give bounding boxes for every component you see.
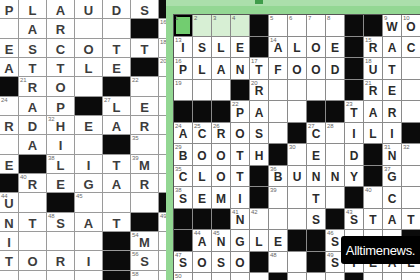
cell-r10c4: G (75, 174, 103, 193)
cell-r12c4: A (75, 213, 103, 232)
cell-r10c8[interactable]: S (307, 209, 326, 231)
cell-r7c1[interactable]: 29B (174, 144, 193, 166)
cell-r9c5-black[interactable] (250, 187, 269, 209)
cell-letter: A (179, 128, 188, 140)
cell-r11c3[interactable]: 45N (212, 230, 231, 252)
clue-number: 6 (289, 15, 292, 22)
cell-r13c8[interactable]: T (307, 273, 326, 280)
cell-r12c6[interactable]: 48 (269, 252, 288, 274)
cell-r5c9-black[interactable] (326, 101, 345, 123)
cell-r13c11[interactable] (364, 273, 383, 280)
cell-r1c1: P (0, 0, 19, 19)
cell-letter: N (312, 171, 321, 183)
cell-r7c7[interactable]: 30 (288, 144, 307, 166)
cell-r6c6[interactable] (269, 123, 288, 145)
cell-letter: R (217, 128, 226, 140)
cell-r11c1-black[interactable] (174, 230, 193, 252)
cell-r2c12[interactable]: A (383, 37, 402, 59)
cell-r3c12[interactable]: T (383, 58, 402, 80)
cell-r5c8-black[interactable] (307, 101, 326, 123)
cell-r14c5-black (103, 251, 131, 270)
cell-letter: T (5, 255, 13, 268)
background-crossword-grid: PLAUDSAR16BESCOTT18SATTLE20E21RO22N24AP2… (0, 0, 172, 280)
cell-letter: T (350, 107, 357, 119)
cell-r12c2[interactable]: O (193, 252, 212, 274)
cell-r13c12[interactable]: L (383, 273, 402, 280)
clue-number: 24 (1, 97, 8, 104)
cell-r9c10-black[interactable] (345, 187, 364, 209)
clue-number: 21 (365, 80, 372, 87)
cell-letter: A (388, 42, 397, 54)
cell-r10c13[interactable]: T (402, 209, 420, 231)
cell-r4c13[interactable] (402, 80, 420, 102)
cell-r2c13[interactable]: C (402, 37, 420, 59)
cell-r2c4[interactable]: E (231, 37, 250, 59)
cell-r4c6[interactable] (269, 80, 288, 102)
cell-r3c4[interactable]: N (231, 58, 250, 80)
cell-r1c3: A (47, 0, 75, 19)
cell-r1c6: S (131, 0, 159, 19)
cell-r4c11[interactable]: 21R (364, 80, 383, 102)
cell-r2c3[interactable]: L (212, 37, 231, 59)
clue-number: 3 (213, 15, 216, 22)
cell-r8c5-black[interactable] (250, 166, 269, 188)
clue-number: 1 (175, 15, 178, 22)
cell-r10c12[interactable]: A (383, 209, 402, 231)
cell-r2c2[interactable]: S (193, 37, 212, 59)
cell-r8c1 (0, 135, 19, 154)
clue-number: 5 (270, 15, 273, 22)
cell-r2c5 (103, 19, 131, 38)
cell-r7c8[interactable]: E (307, 144, 326, 166)
cell-letter: L (113, 101, 121, 114)
cell-r2c9[interactable]: E (326, 37, 345, 59)
cell-r2c8[interactable]: O (307, 37, 326, 59)
cell-r15c3 (47, 271, 75, 280)
cell-r9c3[interactable]: M (212, 187, 231, 209)
cell-r5c12[interactable]: R (383, 101, 402, 123)
cell-r9c11[interactable]: 40 (364, 187, 383, 209)
cell-letter: R (28, 178, 37, 191)
cell-letter: T (141, 43, 149, 56)
cell-r12c4[interactable]: O (231, 252, 250, 274)
cell-letter: E (331, 42, 339, 54)
clue-number: 29 (175, 144, 182, 151)
clue-number: 22 (132, 77, 139, 84)
cell-r9c6: 39M (131, 155, 159, 174)
cell-r4c2[interactable] (193, 80, 212, 102)
cell-letter: T (255, 64, 262, 76)
cell-letter: E (112, 62, 121, 75)
cell-letter: C (388, 193, 397, 205)
cell-r8c9[interactable]: N (326, 166, 345, 188)
cell-r13c6: 54M (131, 232, 159, 251)
cell-r3c3[interactable]: A (212, 58, 231, 80)
cell-r6c7-black[interactable] (288, 123, 307, 145)
cell-r10c1-black (0, 174, 19, 193)
cell-r7c12[interactable]: 31N (383, 144, 402, 166)
cell-letter: L (29, 4, 37, 17)
cell-r5c3-black[interactable] (212, 101, 231, 123)
cell-r2c5-black[interactable] (250, 37, 269, 59)
cell-r3c1: E (0, 39, 19, 58)
cell-r2c10-black[interactable] (345, 37, 364, 59)
clue-number: 13 (175, 37, 182, 44)
clue-number: 25 (194, 123, 201, 130)
cell-letter: U (369, 64, 378, 76)
cell-r4c6-black (131, 58, 159, 77)
cell-r5c1-black[interactable] (174, 101, 193, 123)
cell-letter: A (198, 236, 207, 248)
cell-letter: S (255, 128, 263, 140)
cell-r3c6[interactable]: F (269, 58, 288, 80)
cell-r1c2: L (19, 0, 47, 19)
cell-r8c2[interactable]: L (193, 166, 212, 188)
cell-r8c1[interactable]: 35C (174, 166, 193, 188)
cell-letter: P (56, 101, 65, 114)
cell-letter: D (331, 64, 340, 76)
clue-number: 18 (365, 58, 372, 65)
cell-r6c13-black[interactable] (402, 123, 420, 145)
cell-r5c3: O (47, 77, 75, 96)
cell-r6c4[interactable]: O (231, 123, 250, 145)
cell-letter: S (312, 214, 320, 226)
clue-number: 48 (48, 213, 55, 220)
cell-r6c1[interactable]: 24A (174, 123, 193, 145)
cell-r8c7[interactable]: U (288, 166, 307, 188)
cell-letter: S (56, 217, 65, 230)
cell-r13c9[interactable] (326, 273, 345, 280)
cell-r10c3-black[interactable] (212, 209, 231, 231)
cell-r10c7[interactable] (288, 209, 307, 231)
cell-r6c2: A (19, 97, 47, 116)
cell-r10c6[interactable] (269, 209, 288, 231)
cell-r4c3[interactable] (212, 80, 231, 102)
cell-r2c7[interactable]: L (288, 37, 307, 59)
cell-letter: A (56, 4, 65, 17)
cell-r13c1[interactable]: 50S (174, 273, 193, 280)
cell-r14c4: I (75, 251, 103, 270)
cell-r10c9-black[interactable] (326, 209, 345, 231)
cell-r7c4[interactable]: T (231, 144, 250, 166)
cell-r9c6[interactable]: 39 (269, 187, 288, 209)
cell-r4c1[interactable]: 19 (174, 80, 193, 102)
cell-r6c8[interactable]: 27C (307, 123, 326, 145)
cell-letter: O (406, 21, 415, 33)
cell-r11c6[interactable]: E (269, 230, 288, 252)
clue-number: 27 (104, 97, 111, 104)
cell-r1c5: D (103, 0, 131, 19)
cell-r8c3: I (47, 135, 75, 154)
clue-number: 19 (175, 80, 182, 87)
cell-letter: G (387, 171, 396, 183)
cell-r9c2-black (19, 155, 47, 174)
cell-r5c11[interactable]: A (364, 101, 383, 123)
cell-r8c4 (75, 135, 103, 154)
cell-r2c1[interactable]: 13I (174, 37, 193, 59)
cell-r1c13[interactable]: 10O (402, 15, 420, 37)
clue-number: 7 (308, 15, 311, 22)
cell-letter: S (28, 43, 37, 56)
cell-r12c5-black[interactable] (250, 252, 269, 274)
cell-letter: I (87, 159, 91, 172)
cell-r13c5[interactable]: P (250, 273, 269, 280)
cell-r11c8-black[interactable] (307, 230, 326, 252)
cell-r13c4 (75, 232, 103, 251)
cell-r1c12[interactable]: 9W (383, 15, 402, 37)
cell-r7c10[interactable]: D (345, 144, 364, 166)
cell-r12c8-black[interactable] (307, 252, 326, 274)
cell-r6c12[interactable]: I (383, 123, 402, 145)
cell-r6c11[interactable]: L (364, 123, 383, 145)
cell-r12c3[interactable]: S (212, 252, 231, 274)
cell-r3c8[interactable]: O (307, 58, 326, 80)
cell-r13c2[interactable]: T (193, 273, 212, 280)
clue-number: 27 (308, 123, 315, 130)
cell-r9c9[interactable] (326, 187, 345, 209)
cell-r1c4[interactable]: 4 (231, 15, 250, 37)
cell-r13c4[interactable]: O (231, 273, 250, 280)
cell-r4c8[interactable] (307, 80, 326, 102)
clue-number: 22 (232, 101, 239, 108)
cell-r1c10-black[interactable] (345, 15, 364, 37)
cell-letter: A (274, 42, 283, 54)
cell-r11c1: 44U (0, 193, 19, 212)
cell-letter: N (331, 171, 340, 183)
cell-letter: D (350, 150, 359, 162)
cell-r3c11[interactable]: 18U (364, 58, 383, 80)
cell-r2c11[interactable]: 15R (364, 37, 383, 59)
cell-letter: L (198, 171, 205, 183)
cell-r5c5[interactable]: A (250, 101, 269, 123)
cell-r3c2: S (19, 39, 47, 58)
cell-r6c9[interactable]: 28 (326, 123, 345, 145)
cell-letter: A (112, 178, 121, 191)
panel-top-edge (166, 0, 420, 6)
cell-letter: E (198, 193, 206, 205)
cell-r10c1-black[interactable] (174, 209, 193, 231)
cell-r10c2-black[interactable] (193, 209, 212, 231)
clue-number: 32 (48, 116, 55, 123)
cell-r3c4: O (75, 39, 103, 58)
cell-r8c12[interactable]: 37G (383, 166, 402, 188)
cell-letter: T (29, 217, 37, 230)
cell-r2c6[interactable]: 14A (269, 37, 288, 59)
cell-r1c11-black[interactable] (364, 15, 383, 37)
cell-r9c3: 38L (47, 155, 75, 174)
cell-letter: A (217, 64, 226, 76)
cell-r6c2[interactable]: 25C (193, 123, 212, 145)
cell-r12c1[interactable]: 47S (174, 252, 193, 274)
cell-r9c8[interactable]: T (307, 187, 326, 209)
cell-r9c2[interactable]: E (193, 187, 212, 209)
cell-r3c7[interactable]: O (288, 58, 307, 80)
clue-number: 38 (175, 187, 182, 194)
cell-r13c7[interactable] (288, 273, 307, 280)
cell-letter: T (57, 62, 65, 75)
cell-r3c5[interactable]: 17T (250, 58, 269, 80)
cell-letter: T (113, 43, 121, 56)
cell-r10c11[interactable]: T (364, 209, 383, 231)
cell-r13c6-black[interactable] (269, 273, 288, 280)
cell-letter: T (407, 214, 414, 226)
cell-r8c8[interactable]: N (307, 166, 326, 188)
cell-r1c9[interactable]: 8 (326, 15, 345, 37)
cell-r1c7[interactable]: 6 (288, 15, 307, 37)
cell-r4c10-black[interactable] (345, 80, 364, 102)
cell-r4c4-black[interactable] (231, 80, 250, 102)
cell-r4c12[interactable]: E (383, 80, 402, 102)
cell-letter: A (28, 139, 37, 152)
clue-number: 45 (213, 230, 220, 237)
cell-letter: O (235, 128, 244, 140)
clue-number: 50 (175, 273, 182, 280)
cell-r4c7[interactable] (288, 80, 307, 102)
cell-letter: N (4, 217, 13, 230)
cell-r5c7[interactable] (288, 101, 307, 123)
cell-r9c7[interactable] (288, 187, 307, 209)
cell-r14c1: T (0, 251, 19, 270)
cell-r10c6: R (131, 174, 159, 193)
cell-r7c6: R (131, 116, 159, 135)
watermark-badge: Alltimenews. (341, 236, 420, 264)
cell-r3c1[interactable]: 16P (174, 58, 193, 80)
cell-r5c2-black[interactable] (193, 101, 212, 123)
cell-letter: H (255, 150, 264, 162)
cell-r7c9[interactable] (326, 144, 345, 166)
cell-r5c5-black (103, 77, 131, 96)
cell-r9c12[interactable]: C (383, 187, 402, 209)
cell-r1c3[interactable]: 3 (212, 15, 231, 37)
cell-r8c11-black[interactable] (364, 166, 383, 188)
cell-r7c3[interactable]: O (212, 144, 231, 166)
clue-number: 37 (384, 166, 391, 173)
cell-r2c3: R (47, 19, 75, 38)
cell-r7c6-black[interactable] (269, 144, 288, 166)
cell-r8c13[interactable] (402, 166, 420, 188)
cell-r13c13[interactable] (402, 273, 420, 280)
cell-r4c9[interactable] (326, 80, 345, 102)
clue-number: 21 (20, 77, 27, 84)
cell-r11c4[interactable]: G (231, 230, 250, 252)
cell-r8c6[interactable]: 36B (269, 166, 288, 188)
cell-r1c6[interactable]: 5 (269, 15, 288, 37)
cell-r1c2[interactable]: 2 (193, 15, 212, 37)
clue-number: 35 (132, 135, 139, 142)
clue-number: 54 (132, 232, 139, 239)
cell-r7c11-black[interactable] (364, 144, 383, 166)
cell-letter: B (274, 171, 283, 183)
cell-r3c2[interactable]: L (193, 58, 212, 80)
cell-r11c2[interactable]: 44A (193, 230, 212, 252)
cell-r11c5[interactable]: L (250, 230, 269, 252)
cell-r10c4[interactable]: 41N (231, 209, 250, 231)
cell-r13c3[interactable]: O (212, 273, 231, 280)
cell-r1c8[interactable]: 7 (307, 15, 326, 37)
cell-r8c3[interactable]: O (212, 166, 231, 188)
clue-number: 46 (327, 230, 334, 237)
cell-r5c6[interactable] (269, 101, 288, 123)
cell-letter: P (5, 4, 14, 17)
cell-r5c10[interactable]: 23T (345, 101, 364, 123)
cell-r10c10[interactable]: 43S (345, 209, 364, 231)
cell-r12c7[interactable] (288, 252, 307, 274)
cell-letter: A (255, 107, 264, 119)
cell-letter: T (113, 159, 121, 172)
cell-r9c4[interactable]: I (231, 187, 250, 209)
cell-r11c5 (103, 193, 131, 212)
cell-r3c13[interactable] (402, 58, 420, 80)
cell-r6c6: E (131, 97, 159, 116)
cell-letter: E (312, 150, 320, 162)
cell-r15c2 (19, 271, 47, 280)
cell-r6c10[interactable]: I (345, 123, 364, 145)
cell-r8c4[interactable]: T (231, 166, 250, 188)
cell-r6c3[interactable]: 26R (212, 123, 231, 145)
cell-r6c4-black (75, 97, 103, 116)
clue-number: 2 (194, 15, 197, 22)
cell-letter: P (179, 64, 187, 76)
cell-r1c5-black[interactable] (250, 15, 269, 37)
cell-letter: T (29, 62, 37, 75)
cell-letter: L (217, 42, 224, 54)
cell-letter: P (236, 107, 244, 119)
cell-r7c5[interactable]: H (250, 144, 269, 166)
cell-letter: O (27, 255, 37, 268)
cell-letter: S (179, 193, 187, 205)
cell-r5c4 (75, 77, 103, 96)
cell-r12c3: 48S (47, 213, 75, 232)
cell-letter: U (293, 171, 302, 183)
cell-letter: E (140, 101, 149, 114)
cell-r2c2: A (19, 19, 47, 38)
cell-r13c2 (19, 232, 47, 251)
cell-r6c5[interactable]: S (250, 123, 269, 145)
clue-number: 44 (1, 193, 8, 200)
cell-r13c1: I (0, 232, 19, 251)
cell-letter: I (87, 255, 91, 268)
cell-letter: O (55, 81, 65, 94)
clue-number: 30 (289, 144, 296, 151)
cell-r4c5[interactable]: 20R (250, 80, 269, 102)
cell-letter: I (352, 128, 355, 140)
cell-r7c13[interactable]: 32 (402, 144, 420, 166)
cell-letter: L (198, 64, 205, 76)
cell-r1c1[interactable]: 1 (174, 15, 193, 37)
cell-r11c7-black[interactable] (288, 230, 307, 252)
cell-r10c5[interactable]: 42 (250, 209, 269, 231)
cell-letter: M (139, 236, 150, 249)
cell-r8c10[interactable]: Y (345, 166, 364, 188)
clue-number: 41 (232, 209, 239, 216)
cell-r5c4[interactable]: 22P (231, 101, 250, 123)
cell-r4c5: E (103, 58, 131, 77)
clue-number: 43 (346, 209, 353, 216)
cell-r13c10-black[interactable] (345, 273, 364, 280)
cell-letter: A (28, 23, 37, 36)
cell-r14c2: O (19, 251, 47, 270)
cell-r9c13[interactable] (402, 187, 420, 209)
cell-r3c9[interactable]: D (326, 58, 345, 80)
cell-r3c10-black[interactable] (345, 58, 364, 80)
cell-r7c2[interactable]: O (193, 144, 212, 166)
clue-number: 32 (403, 144, 410, 151)
cell-r15c5-black (103, 271, 131, 280)
cell-letter: R (4, 120, 13, 133)
clue-number: 23 (346, 101, 353, 108)
cell-r5c13[interactable] (402, 101, 420, 123)
cell-r9c1[interactable]: 38S (174, 187, 193, 209)
